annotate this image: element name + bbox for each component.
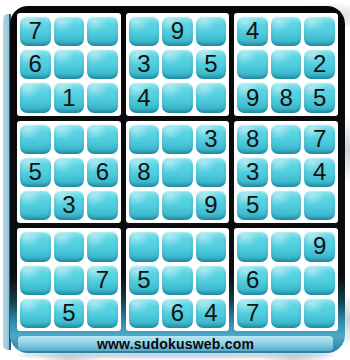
cell-r8c8[interactable] [271, 265, 302, 295]
cell-r2c5[interactable] [162, 49, 193, 79]
cell-r1c2[interactable] [54, 16, 85, 46]
cell-r8c3[interactable]: 7 [87, 265, 118, 295]
cell-r1c4[interactable] [129, 16, 160, 46]
cell-r2c9[interactable]: 2 [304, 49, 335, 79]
box-2-2: 389 [126, 121, 230, 224]
sudoku-board: 7619354429855633898734575564967 www.sudo… [10, 6, 345, 353]
cell-r5c1[interactable]: 5 [20, 157, 51, 187]
cell-r8c1[interactable] [20, 265, 51, 295]
box-3-3: 967 [234, 228, 338, 331]
cell-r4c1[interactable] [20, 124, 51, 154]
cell-r4c7[interactable]: 8 [237, 124, 268, 154]
cell-r3c6[interactable] [196, 82, 227, 112]
cell-r2c1[interactable]: 6 [20, 49, 51, 79]
cell-r2c3[interactable] [87, 49, 118, 79]
cell-r4c6[interactable]: 3 [196, 124, 227, 154]
cell-r1c5[interactable]: 9 [162, 16, 193, 46]
cell-r4c5[interactable] [162, 124, 193, 154]
cell-r4c9[interactable]: 7 [304, 124, 335, 154]
cell-r9c1[interactable] [20, 298, 51, 328]
cell-r1c7[interactable]: 4 [237, 16, 268, 46]
cell-r1c9[interactable] [304, 16, 335, 46]
sudoku-grid: 7619354429855633898734575564967 [17, 13, 338, 331]
cell-r8c9[interactable] [304, 265, 335, 295]
cell-r5c2[interactable] [54, 157, 85, 187]
cell-r5c3[interactable]: 6 [87, 157, 118, 187]
cell-r8c4[interactable]: 5 [129, 265, 160, 295]
cell-r5c7[interactable]: 3 [237, 157, 268, 187]
cell-r7c8[interactable] [271, 231, 302, 261]
cell-r4c4[interactable] [129, 124, 160, 154]
box-1-1: 761 [17, 13, 121, 116]
cell-r2c7[interactable] [237, 49, 268, 79]
box-1-2: 9354 [126, 13, 230, 116]
cell-r9c3[interactable] [87, 298, 118, 328]
sudokusweb-link[interactable]: www.sudokusweb.com [97, 336, 254, 352]
cell-r8c5[interactable] [162, 265, 193, 295]
box-2-3: 87345 [234, 121, 338, 224]
cell-r8c7[interactable]: 6 [237, 265, 268, 295]
cell-r5c8[interactable] [271, 157, 302, 187]
cell-r6c3[interactable] [87, 190, 118, 220]
cell-r4c3[interactable] [87, 124, 118, 154]
cell-r7c4[interactable] [129, 231, 160, 261]
cell-r5c5[interactable] [162, 157, 193, 187]
box-3-1: 75 [17, 228, 121, 331]
cell-r3c2[interactable]: 1 [54, 82, 85, 112]
cell-r7c1[interactable] [20, 231, 51, 261]
cell-r4c2[interactable] [54, 124, 85, 154]
cell-r9c6[interactable]: 4 [196, 298, 227, 328]
cell-r8c2[interactable] [54, 265, 85, 295]
cell-r3c5[interactable] [162, 82, 193, 112]
cell-r3c4[interactable]: 4 [129, 82, 160, 112]
cell-r6c2[interactable]: 3 [54, 190, 85, 220]
cell-r9c7[interactable]: 7 [237, 298, 268, 328]
cell-r3c8[interactable]: 8 [271, 82, 302, 112]
cell-r5c4[interactable]: 8 [129, 157, 160, 187]
cell-r9c5[interactable]: 6 [162, 298, 193, 328]
cell-r6c5[interactable] [162, 190, 193, 220]
cell-r7c9[interactable]: 9 [304, 231, 335, 261]
cell-r2c4[interactable]: 3 [129, 49, 160, 79]
cell-r1c6[interactable] [196, 16, 227, 46]
box-3-2: 564 [126, 228, 230, 331]
cell-r3c3[interactable] [87, 82, 118, 112]
cell-r3c1[interactable] [20, 82, 51, 112]
cell-r7c3[interactable] [87, 231, 118, 261]
cell-r1c1[interactable]: 7 [20, 16, 51, 46]
cell-r2c8[interactable] [271, 49, 302, 79]
footer-band: www.sudokusweb.com [18, 336, 333, 351]
cell-r6c4[interactable] [129, 190, 160, 220]
cell-r9c4[interactable] [129, 298, 160, 328]
cell-r5c6[interactable] [196, 157, 227, 187]
cell-r1c8[interactable] [271, 16, 302, 46]
cell-r6c9[interactable] [304, 190, 335, 220]
cell-r6c8[interactable] [271, 190, 302, 220]
cell-r9c9[interactable] [304, 298, 335, 328]
cell-r6c1[interactable] [20, 190, 51, 220]
cell-r1c3[interactable] [87, 16, 118, 46]
cell-r7c7[interactable] [237, 231, 268, 261]
cell-r2c6[interactable]: 5 [196, 49, 227, 79]
cell-r9c8[interactable] [271, 298, 302, 328]
cell-r7c5[interactable] [162, 231, 193, 261]
cell-r5c9[interactable]: 4 [304, 157, 335, 187]
cell-r9c2[interactable]: 5 [54, 298, 85, 328]
cell-r3c9[interactable]: 5 [304, 82, 335, 112]
box-1-3: 42985 [234, 13, 338, 116]
cell-r6c7[interactable]: 5 [237, 190, 268, 220]
cell-r6c6[interactable]: 9 [196, 190, 227, 220]
cell-r8c6[interactable] [196, 265, 227, 295]
cell-r2c2[interactable] [54, 49, 85, 79]
cell-r7c6[interactable] [196, 231, 227, 261]
cell-r3c7[interactable]: 9 [237, 82, 268, 112]
box-2-1: 563 [17, 121, 121, 224]
cell-r4c8[interactable] [271, 124, 302, 154]
cell-r7c2[interactable] [54, 231, 85, 261]
